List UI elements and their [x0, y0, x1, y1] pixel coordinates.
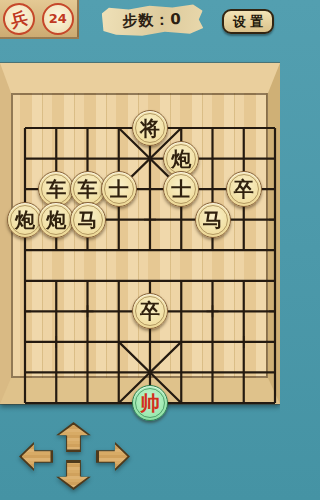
steps-label: 步数：0: [122, 10, 182, 31]
piece-layer: 将炮车车士士卒炮炮马马卒帅: [11, 93, 268, 378]
arrow-down-icon: [55, 460, 92, 490]
level-badge: 兵 24: [0, 0, 79, 39]
level-count-badge: 24: [42, 3, 74, 35]
piece-卒[interactable]: 卒: [132, 293, 168, 329]
piece-卒[interactable]: 卒: [226, 171, 262, 207]
arrow-right-icon: [96, 441, 130, 472]
piece-士[interactable]: 士: [163, 171, 199, 207]
arrow-up-icon: [55, 422, 92, 452]
arrow-left-button[interactable]: [19, 441, 53, 472]
settings-button[interactable]: 设置: [222, 9, 274, 34]
piece-士[interactable]: 士: [101, 171, 137, 207]
piece-将[interactable]: 将: [132, 110, 168, 146]
dpad: [14, 418, 136, 494]
steps-counter: 步数：0: [99, 3, 204, 38]
arrow-down-button[interactable]: [55, 460, 92, 490]
piece-炮[interactable]: 炮: [38, 202, 74, 238]
arrow-up-button[interactable]: [55, 422, 92, 452]
piece-马[interactable]: 马: [70, 202, 106, 238]
xiangqi-board: 将炮车车士士卒炮炮马马卒帅: [0, 63, 280, 404]
piece-马[interactable]: 马: [195, 202, 231, 238]
arrow-left-icon: [19, 441, 53, 472]
piece-帅[interactable]: 帅: [132, 385, 168, 421]
soldier-piece-icon: 兵: [0, 0, 39, 38]
arrow-right-button[interactable]: [96, 441, 130, 472]
